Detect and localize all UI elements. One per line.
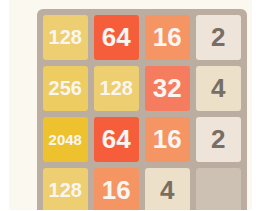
tile-r3c1: 2048 bbox=[43, 117, 89, 163]
tile-r2c3: 32 bbox=[145, 66, 191, 112]
tile-r1c3: 16 bbox=[145, 15, 191, 61]
tile-r1c4: 2 bbox=[196, 15, 242, 61]
tile-r2c4: 4 bbox=[196, 66, 242, 112]
tile-r2c2: 128 bbox=[94, 66, 140, 112]
tile-r1c2: 64 bbox=[94, 15, 140, 61]
tile-r4c1: 128 bbox=[43, 168, 89, 211]
tile-r4c4-empty bbox=[196, 168, 242, 211]
tile-r3c2: 64 bbox=[94, 117, 140, 163]
tile-r3c4: 2 bbox=[196, 117, 242, 163]
tile-r2c1: 256 bbox=[43, 66, 89, 112]
tile-r4c3: 4 bbox=[145, 168, 191, 211]
tile-r4c2: 16 bbox=[94, 168, 140, 211]
tile-r3c3: 16 bbox=[145, 117, 191, 163]
game-board-2048[interactable]: 128 64 16 2 256 128 32 4 2048 64 16 2 12… bbox=[37, 9, 247, 210]
tile-r1c1: 128 bbox=[43, 15, 89, 61]
